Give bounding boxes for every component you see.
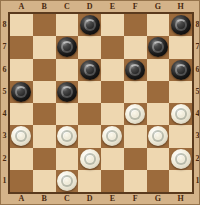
white-man-a3[interactable] <box>11 126 31 146</box>
square-g4[interactable] <box>147 103 170 125</box>
square-h4[interactable] <box>169 103 192 125</box>
square-a5[interactable] <box>10 81 33 103</box>
square-d7[interactable] <box>78 36 101 58</box>
square-c3[interactable] <box>56 125 79 147</box>
file-label-e: E <box>101 193 124 205</box>
file-label-h: H <box>169 1 192 12</box>
white-man-g3[interactable] <box>148 126 168 146</box>
square-d6[interactable] <box>78 59 101 81</box>
file-label-g: G <box>147 1 170 12</box>
rank-label-6: 6 <box>1 59 8 81</box>
square-g7[interactable] <box>147 36 170 58</box>
square-f3[interactable] <box>124 125 147 147</box>
square-c2[interactable] <box>56 148 79 170</box>
square-c4[interactable] <box>56 103 79 125</box>
square-c8[interactable] <box>56 14 79 36</box>
square-a8[interactable] <box>10 14 33 36</box>
board-grid <box>8 12 194 194</box>
square-f8[interactable] <box>124 14 147 36</box>
square-a4[interactable] <box>10 103 33 125</box>
white-man-d2[interactable] <box>80 149 100 169</box>
square-g1[interactable] <box>147 170 170 192</box>
rank-label-7: 7 <box>194 36 200 58</box>
square-f5[interactable] <box>124 81 147 103</box>
square-c5[interactable] <box>56 81 79 103</box>
rank-label-5: 5 <box>194 81 200 103</box>
square-e7[interactable] <box>101 36 124 58</box>
square-e2[interactable] <box>101 148 124 170</box>
square-g3[interactable] <box>147 125 170 147</box>
file-labels-top: ABCDEFGH <box>10 1 192 12</box>
rank-label-2: 2 <box>194 148 200 170</box>
square-g6[interactable] <box>147 59 170 81</box>
file-labels-bottom: ABCDEFGH <box>10 193 192 205</box>
square-d5[interactable] <box>78 81 101 103</box>
square-d2[interactable] <box>78 148 101 170</box>
rank-label-1: 1 <box>1 170 8 192</box>
rank-label-3: 3 <box>1 125 8 147</box>
rank-label-7: 7 <box>1 36 8 58</box>
white-man-h4[interactable] <box>171 104 191 124</box>
square-f2[interactable] <box>124 148 147 170</box>
file-label-g: G <box>147 193 170 205</box>
square-c6[interactable] <box>56 59 79 81</box>
file-label-h: H <box>169 193 192 205</box>
square-h6[interactable] <box>169 59 192 81</box>
black-man-c7[interactable] <box>57 37 77 57</box>
square-h1[interactable] <box>169 170 192 192</box>
white-man-e3[interactable] <box>102 126 122 146</box>
rank-label-1: 1 <box>194 170 200 192</box>
square-d8[interactable] <box>78 14 101 36</box>
rank-label-8: 8 <box>194 14 200 36</box>
square-c7[interactable] <box>56 36 79 58</box>
square-d1[interactable] <box>78 170 101 192</box>
square-e6[interactable] <box>101 59 124 81</box>
square-f4[interactable] <box>124 103 147 125</box>
white-man-f4[interactable] <box>125 104 145 124</box>
black-man-c5[interactable] <box>57 82 77 102</box>
file-label-d: D <box>78 193 101 205</box>
square-b6[interactable] <box>33 59 56 81</box>
square-f7[interactable] <box>124 36 147 58</box>
square-a7[interactable] <box>10 36 33 58</box>
square-g2[interactable] <box>147 148 170 170</box>
square-g8[interactable] <box>147 14 170 36</box>
rank-labels-left: 87654321 <box>1 14 8 192</box>
square-a3[interactable] <box>10 125 33 147</box>
black-man-d8[interactable] <box>80 15 100 35</box>
white-man-c1[interactable] <box>57 171 77 191</box>
square-e1[interactable] <box>101 170 124 192</box>
black-man-h6[interactable] <box>171 60 191 80</box>
file-label-b: B <box>33 1 56 12</box>
rank-label-3: 3 <box>194 125 200 147</box>
square-a1[interactable] <box>10 170 33 192</box>
file-label-d: D <box>78 1 101 12</box>
file-label-e: E <box>101 1 124 12</box>
file-label-a: A <box>10 1 33 12</box>
square-e3[interactable] <box>101 125 124 147</box>
black-man-h8[interactable] <box>171 15 191 35</box>
file-label-f: F <box>124 193 147 205</box>
square-h5[interactable] <box>169 81 192 103</box>
black-man-g7[interactable] <box>148 37 168 57</box>
square-h7[interactable] <box>169 36 192 58</box>
file-label-c: C <box>56 1 79 12</box>
square-d3[interactable] <box>78 125 101 147</box>
square-c1[interactable] <box>56 170 79 192</box>
square-f6[interactable] <box>124 59 147 81</box>
square-a6[interactable] <box>10 59 33 81</box>
rank-label-2: 2 <box>1 148 8 170</box>
square-e5[interactable] <box>101 81 124 103</box>
square-b8[interactable] <box>33 14 56 36</box>
square-h2[interactable] <box>169 148 192 170</box>
square-h3[interactable] <box>169 125 192 147</box>
rank-label-4: 4 <box>1 103 8 125</box>
file-label-c: C <box>56 193 79 205</box>
rank-label-6: 6 <box>194 59 200 81</box>
square-b3[interactable] <box>33 125 56 147</box>
white-man-h2[interactable] <box>171 149 191 169</box>
white-man-c3[interactable] <box>57 126 77 146</box>
rank-label-8: 8 <box>1 14 8 36</box>
square-e4[interactable] <box>101 103 124 125</box>
file-label-a: A <box>10 193 33 205</box>
rank-labels-right: 87654321 <box>194 14 200 192</box>
square-b2[interactable] <box>33 148 56 170</box>
square-b4[interactable] <box>33 103 56 125</box>
black-man-d6[interactable] <box>80 60 100 80</box>
square-g5[interactable] <box>147 81 170 103</box>
square-f1[interactable] <box>124 170 147 192</box>
rank-label-5: 5 <box>1 81 8 103</box>
black-man-f6[interactable] <box>125 60 145 80</box>
square-e8[interactable] <box>101 14 124 36</box>
file-label-f: F <box>124 1 147 12</box>
board-frame: ABCDEFGH ABCDEFGH 87654321 87654321 <box>0 0 200 205</box>
file-label-b: B <box>33 193 56 205</box>
square-h8[interactable] <box>169 14 192 36</box>
square-b5[interactable] <box>33 81 56 103</box>
square-b1[interactable] <box>33 170 56 192</box>
square-a2[interactable] <box>10 148 33 170</box>
rank-label-4: 4 <box>194 103 200 125</box>
black-man-a5[interactable] <box>11 82 31 102</box>
square-d4[interactable] <box>78 103 101 125</box>
square-b7[interactable] <box>33 36 56 58</box>
